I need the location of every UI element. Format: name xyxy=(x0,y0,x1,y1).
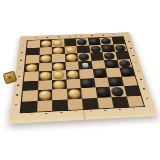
checker-piece-light[interactable] xyxy=(40,55,51,62)
checker-piece-dark[interactable] xyxy=(114,44,126,50)
square-h8[interactable] xyxy=(126,95,144,107)
square-b8[interactable] xyxy=(37,100,53,112)
perspective-scene xyxy=(0,0,160,160)
frame-dot xyxy=(17,85,19,86)
checker-piece-light[interactable] xyxy=(53,47,63,54)
frame-dot xyxy=(21,52,23,53)
checker-piece-light[interactable] xyxy=(39,72,50,80)
checker-piece-dark[interactable] xyxy=(105,60,117,67)
checker-piece-dark[interactable] xyxy=(89,38,100,44)
frame-dot xyxy=(90,110,92,112)
frame-dot xyxy=(47,37,48,38)
metal-mini-piece[interactable] xyxy=(82,63,88,68)
frame-dot xyxy=(60,112,62,114)
square-c8[interactable] xyxy=(52,99,68,111)
frame-dot xyxy=(69,36,71,37)
frame-dot xyxy=(102,35,104,36)
square-a8[interactable] xyxy=(21,101,37,113)
frame-dot xyxy=(20,60,22,61)
frame-dot xyxy=(130,48,132,49)
checker-piece-dark[interactable] xyxy=(120,68,133,76)
frame-dot xyxy=(135,62,137,63)
frame-dot xyxy=(75,111,77,113)
checker-piece-dark[interactable] xyxy=(90,45,101,51)
frame-dot xyxy=(16,94,18,95)
frame-dot xyxy=(58,36,60,37)
checker-piece-dark[interactable] xyxy=(94,69,106,77)
checker-piece-dark[interactable] xyxy=(78,53,89,60)
square-h2[interactable] xyxy=(113,44,127,52)
frame-dot xyxy=(35,37,37,38)
checker-piece-light[interactable] xyxy=(68,89,81,98)
checker-piece-dark[interactable] xyxy=(102,45,113,51)
square-d8[interactable] xyxy=(67,98,83,110)
frame-dot xyxy=(91,35,93,36)
frame-dot xyxy=(140,79,142,80)
frame-dot xyxy=(137,70,139,71)
checker-piece-dark[interactable] xyxy=(77,39,88,45)
checker-piece-dark[interactable] xyxy=(104,52,116,59)
frame-dot xyxy=(118,109,120,111)
frame-dot xyxy=(22,45,24,46)
checker-piece-light[interactable] xyxy=(53,80,65,88)
checker-piece-light[interactable] xyxy=(53,71,64,79)
checker-piece-light[interactable] xyxy=(38,90,50,99)
frame-dot xyxy=(143,88,145,89)
checker-piece-light[interactable] xyxy=(26,64,37,71)
frame-dot xyxy=(45,113,47,115)
checker-piece-light[interactable] xyxy=(41,40,51,46)
checker-piece-light[interactable] xyxy=(53,63,64,70)
frame-dot xyxy=(113,34,115,35)
square-a4[interactable] xyxy=(25,63,39,72)
frame-dot xyxy=(133,108,135,110)
checker-piece-dark[interactable] xyxy=(101,38,112,44)
checker-piece-light[interactable] xyxy=(67,70,79,78)
checker-piece-light[interactable] xyxy=(53,40,63,46)
frame-dot xyxy=(19,68,21,69)
checker-piece-dark[interactable] xyxy=(81,79,93,87)
square-e8[interactable] xyxy=(82,98,98,110)
checker-piece-light[interactable] xyxy=(65,46,76,53)
checker-piece-dark[interactable] xyxy=(97,88,110,97)
game-board xyxy=(9,32,157,124)
frame-dot xyxy=(146,98,148,99)
frame-dot xyxy=(80,36,82,37)
frame-dot xyxy=(128,41,130,42)
frame-dot xyxy=(31,113,33,115)
frame-dot xyxy=(132,55,134,56)
frame-dot xyxy=(104,110,106,112)
checker-piece-dark[interactable] xyxy=(109,77,122,85)
frame-dot xyxy=(15,104,17,105)
product-photo xyxy=(0,0,160,160)
checker-piece-dark[interactable] xyxy=(111,87,125,96)
checker-piece-light[interactable] xyxy=(66,54,77,61)
frame-dot xyxy=(18,76,20,77)
checker-piece-dark[interactable] xyxy=(118,60,130,67)
